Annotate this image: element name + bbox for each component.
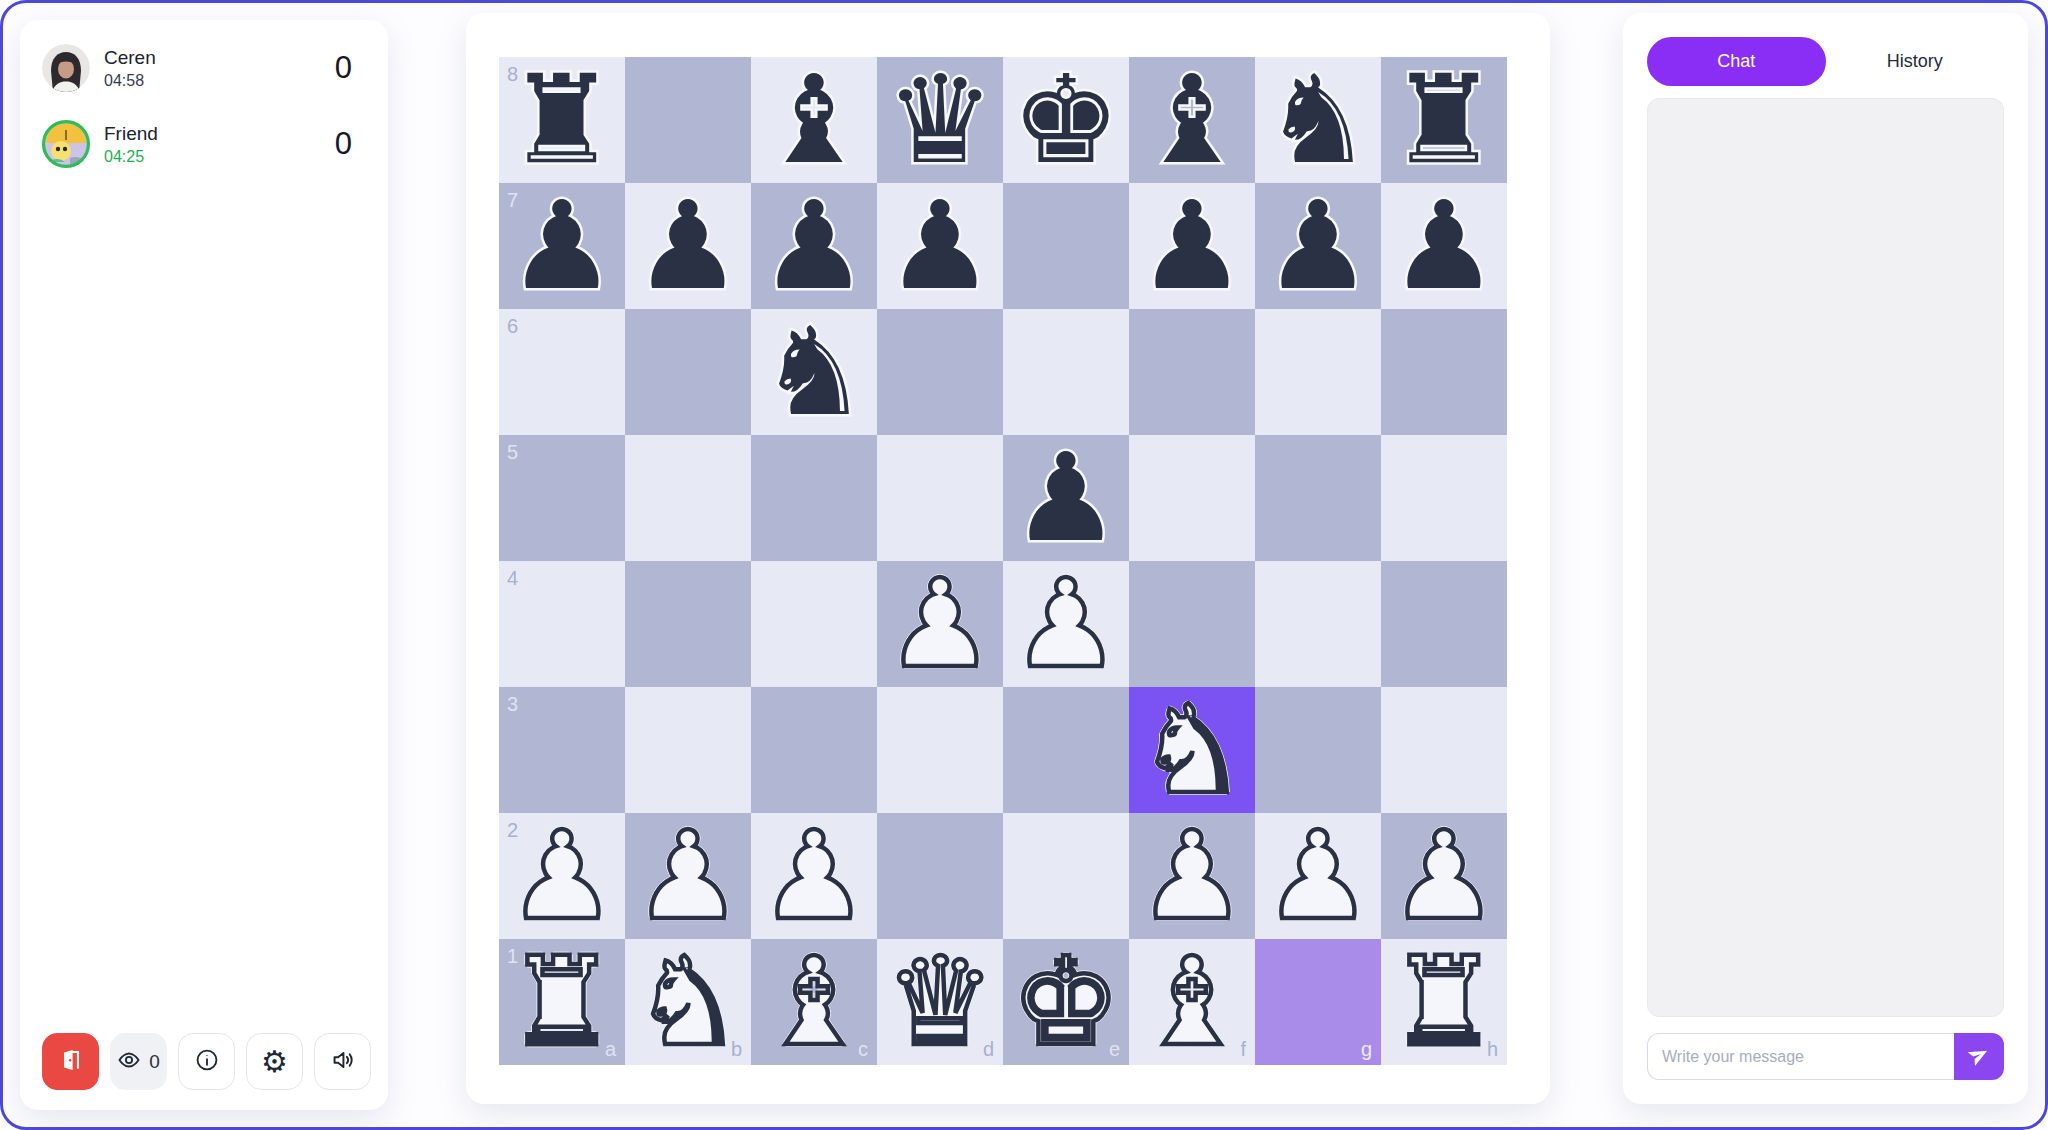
square-c1[interactable]: c♝ [751,939,877,1065]
player-score: 0 [335,50,352,86]
square-b4[interactable] [625,561,751,687]
spectator-count: 0 [149,1051,160,1073]
exit-game-button[interactable] [42,1033,99,1090]
square-f7[interactable]: ♟ [1129,183,1255,309]
square-f5[interactable] [1129,435,1255,561]
square-d7[interactable]: ♟ [877,183,1003,309]
paper-plane-icon [1968,1044,1990,1069]
square-h8[interactable]: ♜ [1381,57,1507,183]
square-a2[interactable]: 2♟ [499,813,625,939]
send-button[interactable] [1954,1033,2004,1080]
sound-button[interactable] [314,1033,371,1090]
speaker-icon [330,1047,356,1076]
square-d4[interactable]: ♟ [877,561,1003,687]
square-f2[interactable]: ♟ [1129,813,1255,939]
square-c3[interactable] [751,687,877,813]
square-a4[interactable]: 4 [499,561,625,687]
white-rook-h1[interactable]: ♜ [1381,939,1507,1065]
square-e4[interactable]: ♟ [1003,561,1129,687]
black-rook-a8[interactable]: ♜ [499,57,625,183]
avatar-friend [42,120,90,168]
rank-label-5: 5 [507,442,518,462]
chat-tabs: Chat History [1647,37,2004,86]
white-knight-f3[interactable]: ♞ [1129,687,1255,813]
square-b8[interactable] [625,57,751,183]
square-a5[interactable]: 5 [499,435,625,561]
chat-panel: Chat History [1623,13,2028,1104]
square-g5[interactable] [1255,435,1381,561]
square-h3[interactable] [1381,687,1507,813]
square-h7[interactable]: ♟ [1381,183,1507,309]
info-icon [194,1047,220,1076]
black-pawn-g7[interactable]: ♟ [1255,183,1381,309]
black-knight-c6[interactable]: ♞ [751,309,877,435]
black-bishop-f8[interactable]: ♝ [1129,57,1255,183]
chess-board: 8♜♝♛♚♝♞♜7♟♟♟♟♟♟♟6♞5♟4♟♟3♞2♟♟♟♟♟♟1a♜b♞c♝d… [499,57,1507,1065]
white-pawn-d4[interactable]: ♟ [877,561,1003,687]
tab-chat[interactable]: Chat [1647,37,1826,86]
info-button[interactable] [178,1033,235,1090]
square-f3[interactable]: ♞ [1129,687,1255,813]
square-g4[interactable] [1255,561,1381,687]
black-queen-d8[interactable]: ♛ [877,57,1003,183]
square-c8[interactable]: ♝ [751,57,877,183]
square-h5[interactable] [1381,435,1507,561]
player-name: Ceren [104,47,156,69]
square-c6[interactable]: ♞ [751,309,877,435]
square-b5[interactable] [625,435,751,561]
square-a1[interactable]: 1a♜ [499,939,625,1065]
white-pawn-e4[interactable]: ♟ [1003,561,1129,687]
square-h6[interactable] [1381,309,1507,435]
square-e2[interactable] [1003,813,1129,939]
player-name: Friend [104,123,158,145]
avatar-ceren [42,44,90,92]
white-bishop-f1[interactable]: ♝ [1129,939,1255,1065]
player-row-self: Friend 04:25 0 [42,120,366,168]
square-c5[interactable] [751,435,877,561]
square-g2[interactable]: ♟ [1255,813,1381,939]
black-pawn-h7[interactable]: ♟ [1381,183,1507,309]
settings-button[interactable]: ⚙ [246,1033,303,1090]
square-a3[interactable]: 3 [499,687,625,813]
game-controls: 0 ⚙ [42,1033,366,1090]
white-pawn-f2[interactable]: ♟ [1129,813,1255,939]
square-e7[interactable] [1003,183,1129,309]
white-king-e1[interactable]: ♚ [1003,939,1129,1065]
square-f8[interactable]: ♝ [1129,57,1255,183]
gear-icon: ⚙ [261,1047,288,1077]
square-f4[interactable] [1129,561,1255,687]
white-knight-b1[interactable]: ♞ [625,939,751,1065]
square-f6[interactable] [1129,309,1255,435]
black-bishop-c8[interactable]: ♝ [751,57,877,183]
door-exit-icon [58,1047,84,1076]
square-c2[interactable]: ♟ [751,813,877,939]
white-queen-d1[interactable]: ♛ [877,939,1003,1065]
black-pawn-a7[interactable]: ♟ [499,183,625,309]
square-e8[interactable]: ♚ [1003,57,1129,183]
tab-history[interactable]: History [1826,37,2005,86]
square-b2[interactable]: ♟ [625,813,751,939]
square-c7[interactable]: ♟ [751,183,877,309]
chat-messages-area [1647,98,2004,1017]
black-pawn-b7[interactable]: ♟ [625,183,751,309]
square-e5[interactable]: ♟ [1003,435,1129,561]
square-d6[interactable] [877,309,1003,435]
square-d3[interactable] [877,687,1003,813]
white-pawn-g2[interactable]: ♟ [1255,813,1381,939]
square-d5[interactable] [877,435,1003,561]
square-d2[interactable] [877,813,1003,939]
rank-label-3: 3 [507,694,518,714]
square-g6[interactable] [1255,309,1381,435]
square-e1[interactable]: e♚ [1003,939,1129,1065]
square-f1[interactable]: f♝ [1129,939,1255,1065]
square-d1[interactable]: d♛ [877,939,1003,1065]
white-pawn-a2[interactable]: ♟ [499,813,625,939]
rank-label-6: 6 [507,316,518,336]
black-pawn-d7[interactable]: ♟ [877,183,1003,309]
white-bishop-c1[interactable]: ♝ [751,939,877,1065]
square-h2[interactable]: ♟ [1381,813,1507,939]
square-g7[interactable]: ♟ [1255,183,1381,309]
player-row-opponent: Ceren 04:58 0 [42,44,366,92]
white-pawn-b2[interactable]: ♟ [625,813,751,939]
rank-label-4: 4 [507,568,518,588]
black-pawn-f7[interactable]: ♟ [1129,183,1255,309]
square-h1[interactable]: h♜ [1381,939,1507,1065]
square-b1[interactable]: b♞ [625,939,751,1065]
player-score: 0 [335,126,352,162]
square-g1[interactable]: g [1255,939,1381,1065]
white-pawn-c2[interactable]: ♟ [751,813,877,939]
chat-input-row [1647,1033,2004,1080]
player-clock-active: 04:25 [104,148,158,166]
square-e6[interactable] [1003,309,1129,435]
square-a7[interactable]: 7♟ [499,183,625,309]
square-a8[interactable]: 8♜ [499,57,625,183]
black-knight-g8[interactable]: ♞ [1255,57,1381,183]
square-b3[interactable] [625,687,751,813]
square-g3[interactable] [1255,687,1381,813]
black-king-e8[interactable]: ♚ [1003,57,1129,183]
black-rook-h8[interactable]: ♜ [1381,57,1507,183]
square-d8[interactable]: ♛ [877,57,1003,183]
white-rook-a1[interactable]: ♜ [499,939,625,1065]
square-e3[interactable] [1003,687,1129,813]
board-card: 8♜♝♛♚♝♞♜7♟♟♟♟♟♟♟6♞5♟4♟♟3♞2♟♟♟♟♟♟1a♜b♞c♝d… [466,13,1550,1104]
file-label-g: g [1361,1039,1372,1059]
eye-icon [117,1048,141,1075]
players-panel: Ceren 04:58 0 Frien [20,20,388,1110]
white-pawn-h2[interactable]: ♟ [1381,813,1507,939]
square-b7[interactable]: ♟ [625,183,751,309]
player-clock: 04:58 [104,72,156,90]
square-h4[interactable] [1381,561,1507,687]
chat-input[interactable] [1647,1033,1954,1080]
black-pawn-e5[interactable]: ♟ [1003,435,1129,561]
spectators-button[interactable]: 0 [110,1033,167,1090]
square-b6[interactable] [625,309,751,435]
square-g8[interactable]: ♞ [1255,57,1381,183]
square-c4[interactable] [751,561,877,687]
black-pawn-c7[interactable]: ♟ [751,183,877,309]
square-a6[interactable]: 6 [499,309,625,435]
